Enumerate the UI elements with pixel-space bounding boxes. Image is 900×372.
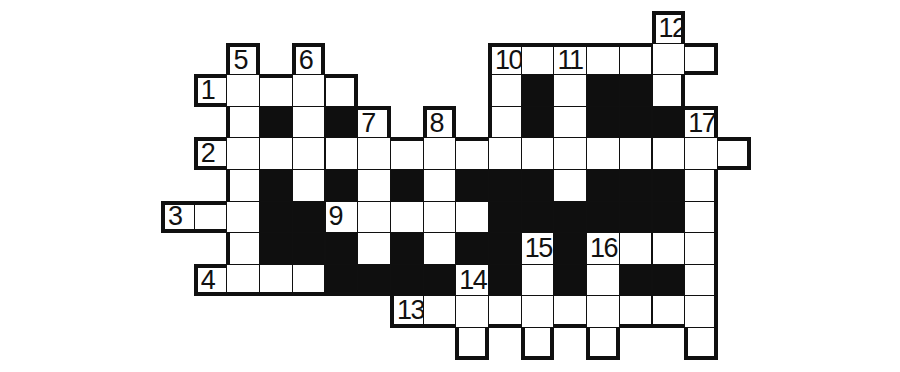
- numbered-cell-7[interactable]: 7: [357, 106, 391, 139]
- white-cell-r5-c2[interactable]: [226, 169, 260, 202]
- white-cell-r4-c14[interactable]: [619, 137, 653, 170]
- numbered-cell-3[interactable]: 3: [161, 201, 195, 234]
- white-cell-r2-c10[interactable]: [488, 74, 522, 107]
- white-cell-r3-c2[interactable]: [226, 106, 260, 139]
- clue-number-12: 12: [659, 15, 686, 42]
- white-cell-r4-c10[interactable]: [488, 137, 522, 170]
- white-cell-r9-c10[interactable]: [488, 295, 522, 328]
- white-cell-r4-c9[interactable]: [455, 137, 489, 170]
- black-cell-r6-c3: [259, 201, 293, 234]
- white-cell-r3-c4[interactable]: [292, 106, 326, 139]
- black-cell-r8-c7: [390, 264, 424, 297]
- black-cell-r6-c4: [292, 201, 326, 234]
- white-cell-r3-c10[interactable]: [488, 106, 522, 139]
- white-cell-r9-c16[interactable]: [684, 295, 718, 328]
- white-cell-r6-c7[interactable]: [390, 201, 424, 234]
- white-cell-r6-c9[interactable]: [455, 201, 489, 234]
- white-cell-r4-c6[interactable]: [357, 137, 391, 170]
- black-cell-r7-c4: [292, 232, 326, 265]
- clue-number-6: 6: [299, 47, 313, 74]
- white-cell-r3-c12[interactable]: [553, 106, 587, 139]
- black-cell-r5-c9: [455, 169, 489, 202]
- clue-number-5: 5: [233, 47, 247, 74]
- clue-number-9: 9: [329, 203, 343, 230]
- black-cell-r2-c13: [586, 74, 620, 107]
- clue-number-10: 10: [495, 47, 522, 74]
- white-cell-r7-c6[interactable]: [357, 232, 391, 265]
- clue-number-13: 13: [397, 297, 424, 324]
- numbered-cell-2[interactable]: 2: [194, 137, 228, 170]
- black-cell-r3-c13: [586, 106, 620, 139]
- clue-number-1: 1: [201, 77, 215, 104]
- numbered-cell-16[interactable]: 16: [586, 232, 620, 265]
- white-cell-r4-c11[interactable]: [521, 137, 555, 170]
- numbered-cell-8[interactable]: 8: [423, 106, 457, 139]
- white-cell-r10-c13[interactable]: [586, 327, 620, 360]
- white-cell-r9-c15[interactable]: [652, 295, 686, 328]
- black-cell-r7-c10: [488, 232, 522, 265]
- white-cell-r4-c15[interactable]: [652, 137, 686, 170]
- numbered-cell-15[interactable]: 15: [521, 232, 555, 265]
- black-cell-r5-c14: [619, 169, 653, 202]
- white-cell-r10-c11[interactable]: [521, 327, 555, 360]
- white-cell-r7-c15[interactable]: [652, 232, 686, 265]
- numbered-cell-10[interactable]: 10: [488, 43, 522, 76]
- white-cell-r5-c4[interactable]: [292, 169, 326, 202]
- white-cell-r9-c14[interactable]: [619, 295, 653, 328]
- black-cell-r5-c5: [325, 169, 359, 202]
- white-cell-r1-c14[interactable]: [619, 43, 653, 76]
- numbered-cell-11[interactable]: 11: [553, 43, 587, 76]
- white-cell-r4-c17[interactable]: [717, 137, 751, 170]
- white-cell-r6-c8[interactable]: [423, 201, 457, 234]
- white-cell-r4-c4[interactable]: [292, 137, 326, 170]
- white-cell-r7-c16[interactable]: [684, 232, 718, 265]
- white-cell-r7-c2[interactable]: [226, 232, 260, 265]
- black-cell-r5-c11: [521, 169, 555, 202]
- numbered-cell-1[interactable]: 1: [194, 74, 228, 107]
- white-cell-r4-c5[interactable]: [325, 137, 359, 170]
- black-cell-r5-c10: [488, 169, 522, 202]
- white-cell-r4-c3[interactable]: [259, 137, 293, 170]
- white-cell-r4-c16[interactable]: [684, 137, 718, 170]
- white-cell-r6-c1[interactable]: [194, 201, 228, 234]
- clue-number-3: 3: [168, 203, 182, 230]
- white-cell-r8-c3[interactable]: [259, 264, 293, 297]
- black-cell-r6-c10: [488, 201, 522, 234]
- white-cell-r7-c8[interactable]: [423, 232, 457, 265]
- numbered-cell-13[interactable]: 13: [390, 295, 424, 328]
- white-cell-r10-c9[interactable]: [455, 327, 489, 360]
- white-cell-r6-c2[interactable]: [226, 201, 260, 234]
- white-cell-r4-c8[interactable]: [423, 137, 457, 170]
- white-cell-r1-c16[interactable]: [684, 43, 718, 76]
- white-cell-r2-c12[interactable]: [553, 74, 587, 107]
- numbered-cell-17[interactable]: 17: [684, 106, 718, 139]
- black-cell-r8-c8: [423, 264, 457, 297]
- black-cell-r5-c13: [586, 169, 620, 202]
- black-cell-r5-c7: [390, 169, 424, 202]
- black-cell-r3-c5: [325, 106, 359, 139]
- white-cell-r9-c9[interactable]: [455, 295, 489, 328]
- white-cell-r5-c6[interactable]: [357, 169, 391, 202]
- white-cell-r8-c11[interactable]: [521, 264, 555, 297]
- black-cell-r7-c12: [553, 232, 587, 265]
- black-cell-r6-c11: [521, 201, 555, 234]
- black-cell-r5-c3: [259, 169, 293, 202]
- black-cell-r8-c12: [553, 264, 587, 297]
- clue-number-4: 4: [201, 267, 215, 294]
- black-cell-r6-c14: [619, 201, 653, 234]
- clue-number-11: 11: [557, 47, 582, 74]
- black-cell-r8-c5: [325, 264, 359, 297]
- white-cell-r2-c15[interactable]: [652, 74, 686, 107]
- white-cell-r6-c6[interactable]: [357, 201, 391, 234]
- white-cell-r1-c13[interactable]: [586, 43, 620, 76]
- black-cell-r8-c10: [488, 264, 522, 297]
- numbered-cell-5[interactable]: 5: [226, 43, 260, 76]
- clue-number-17: 17: [688, 110, 715, 137]
- black-cell-r6-c12: [553, 201, 587, 234]
- white-cell-r2-c4[interactable]: [292, 74, 326, 107]
- white-cell-r2-c3[interactable]: [259, 74, 293, 107]
- crossword-board: 1256101117817239151641413: [161, 11, 750, 359]
- clue-number-14: 14: [459, 267, 486, 294]
- white-cell-r8-c16[interactable]: [684, 264, 718, 297]
- clue-number-15: 15: [525, 235, 552, 262]
- white-cell-r4-c13[interactable]: [586, 137, 620, 170]
- black-cell-r7-c9: [455, 232, 489, 265]
- numbered-cell-6[interactable]: 6: [292, 43, 326, 76]
- clue-number-16: 16: [590, 235, 617, 262]
- black-cell-r7-c5: [325, 232, 359, 265]
- clue-number-8: 8: [430, 110, 444, 137]
- black-cell-r3-c11: [521, 106, 555, 139]
- clue-number-7: 7: [361, 110, 375, 137]
- white-cell-r5-c12[interactable]: [553, 169, 587, 202]
- black-cell-r8-c14: [619, 264, 653, 297]
- white-cell-r5-c16[interactable]: [684, 169, 718, 202]
- white-cell-r1-c11[interactable]: [521, 43, 555, 76]
- white-cell-r5-c8[interactable]: [423, 169, 457, 202]
- white-cell-r1-c15[interactable]: [652, 43, 686, 76]
- black-cell-r6-c13: [586, 201, 620, 234]
- white-cell-r9-c12[interactable]: [553, 295, 587, 328]
- white-cell-r9-c8[interactable]: [423, 295, 457, 328]
- clue-number-2: 2: [201, 140, 215, 167]
- white-cell-r8-c2[interactable]: [226, 264, 260, 297]
- numbered-cell-4[interactable]: 4: [194, 264, 228, 297]
- numbered-cell-12[interactable]: 12: [652, 11, 686, 44]
- numbered-cell-14[interactable]: 14: [455, 264, 489, 297]
- white-cell-r4-c2[interactable]: [226, 137, 260, 170]
- white-cell-r7-c14[interactable]: [619, 232, 653, 265]
- white-cell-r9-c11[interactable]: [521, 295, 555, 328]
- black-cell-r3-c14: [619, 106, 653, 139]
- white-cell-r2-c5[interactable]: [325, 74, 359, 107]
- black-cell-r5-c15: [652, 169, 686, 202]
- white-cell-r9-c13[interactable]: [586, 295, 620, 328]
- black-cell-r7-c3: [259, 232, 293, 265]
- white-cell-r2-c2[interactable]: [226, 74, 260, 107]
- black-cell-r2-c14: [619, 74, 653, 107]
- numbered-cell-9[interactable]: 9: [325, 201, 359, 234]
- white-cell-r8-c13[interactable]: [586, 264, 620, 297]
- black-cell-r7-c7: [390, 232, 424, 265]
- white-cell-r4-c7[interactable]: [390, 137, 424, 170]
- white-cell-r10-c16[interactable]: [684, 327, 718, 360]
- white-cell-r8-c4[interactable]: [292, 264, 326, 297]
- black-cell-r6-c15: [652, 201, 686, 234]
- black-cell-r8-c6: [357, 264, 391, 297]
- black-cell-r2-c11: [521, 74, 555, 107]
- page: 1256101117817239151641413: [0, 0, 900, 372]
- black-cell-r3-c15: [652, 106, 686, 139]
- white-cell-r6-c16[interactable]: [684, 201, 718, 234]
- white-cell-r4-c12[interactable]: [553, 137, 587, 170]
- black-cell-r8-c15: [652, 264, 686, 297]
- black-cell-r3-c3: [259, 106, 293, 139]
